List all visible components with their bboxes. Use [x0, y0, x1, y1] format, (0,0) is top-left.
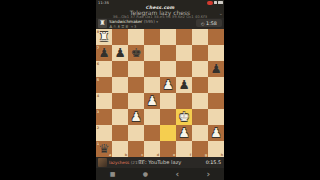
file-label: g	[205, 153, 207, 157]
square-c7[interactable]: ♚	[128, 45, 144, 61]
square-a2[interactable]: 2	[96, 125, 112, 141]
square-g7[interactable]	[192, 45, 208, 61]
file-label: f	[190, 153, 191, 157]
square-a7[interactable]: 7♟	[96, 45, 112, 61]
square-e4[interactable]	[160, 93, 176, 109]
chevron-down-icon: ▾	[156, 20, 158, 24]
menu-icon[interactable]: ■	[110, 168, 116, 180]
piece-black-pawn[interactable]: ♟	[112, 45, 128, 61]
piece-white-pawn[interactable]: ♟	[160, 77, 176, 93]
square-e7[interactable]	[160, 45, 176, 61]
captured-pieces-tray: ♙♘♗♖♕ +3	[109, 24, 137, 29]
bottom-player-avatar[interactable]	[98, 158, 107, 167]
square-f7[interactable]	[176, 45, 192, 61]
square-d4[interactable]: ♟	[144, 93, 160, 109]
square-c6[interactable]	[128, 61, 144, 77]
back-move-icon[interactable]: ‹	[175, 168, 179, 180]
square-g6[interactable]	[192, 61, 208, 77]
rank-label: 6	[97, 62, 99, 66]
piece-white-pawn[interactable]: ♟	[176, 125, 192, 141]
square-b4[interactable]	[112, 93, 128, 109]
square-d1[interactable]: d	[144, 141, 160, 157]
piece-white-pawn[interactable]: ♟	[128, 109, 144, 125]
analysis-icon[interactable]: ●	[143, 168, 148, 180]
square-g5[interactable]	[192, 77, 208, 93]
bottom-player-clock: 0:15.5	[206, 160, 221, 165]
file-label: h	[221, 153, 223, 157]
file-label: c	[141, 153, 143, 157]
top-player-avatar[interactable]: ♜	[98, 19, 107, 28]
phone-screen: 11:35 Chess.com Telegram lazy chess ⌄ 36…	[96, 0, 224, 180]
square-a8[interactable]: 8♜	[96, 29, 112, 45]
square-e6[interactable]	[160, 61, 176, 77]
square-c2[interactable]	[128, 125, 144, 141]
piece-white-pawn[interactable]: ♟	[208, 125, 224, 141]
square-a3[interactable]: 3	[96, 109, 112, 125]
square-d3[interactable]	[144, 109, 160, 125]
square-d6[interactable]	[144, 61, 160, 77]
square-b6[interactable]	[112, 61, 128, 77]
square-h7[interactable]	[208, 45, 224, 61]
bottom-nav-bar: ■ ● ‹ ›	[96, 168, 224, 180]
square-d2[interactable]	[144, 125, 160, 141]
square-b7[interactable]: ♟	[112, 45, 128, 61]
rank-label: 5	[97, 78, 99, 82]
square-e3[interactable]	[160, 109, 176, 125]
square-g4[interactable]	[192, 93, 208, 109]
chess-board[interactable]: 8♜7♟♟♚6♟5♟♟4♟3♟♚2♟♟1a♛bcdefgh	[96, 29, 224, 157]
square-h3[interactable]	[208, 109, 224, 125]
square-c1[interactable]: c	[128, 141, 144, 157]
square-f5[interactable]: ♟	[176, 77, 192, 93]
square-a5[interactable]: 5	[96, 77, 112, 93]
square-h4[interactable]	[208, 93, 224, 109]
rank-label: 2	[97, 126, 99, 130]
square-c5[interactable]	[128, 77, 144, 93]
square-f4[interactable]	[176, 93, 192, 109]
forward-move-icon[interactable]: ›	[207, 168, 211, 180]
top-player-clock: ◴ 1:58	[196, 19, 222, 27]
square-c8[interactable]	[128, 29, 144, 45]
square-e8[interactable]	[160, 29, 176, 45]
square-g3[interactable]	[192, 109, 208, 125]
square-f8[interactable]	[176, 29, 192, 45]
file-label: d	[157, 153, 159, 157]
file-label: e	[173, 153, 175, 157]
piece-black-queen[interactable]: ♛	[96, 141, 112, 157]
rank-label: 4	[97, 94, 99, 98]
square-a6[interactable]: 6	[96, 61, 112, 77]
square-g2[interactable]	[192, 125, 208, 141]
square-b2[interactable]	[112, 125, 128, 141]
square-b1[interactable]: b	[112, 141, 128, 157]
square-h6[interactable]: ♟	[208, 61, 224, 77]
square-f2[interactable]: ♟	[176, 125, 192, 141]
square-h8[interactable]	[208, 29, 224, 45]
bottom-player-bar[interactable]: lazychess (2150) ТГ: YouTube lazy 0:15.5	[96, 157, 224, 168]
square-f3[interactable]: ♚	[176, 109, 192, 125]
square-a4[interactable]: 4	[96, 93, 112, 109]
clock-icon: ◴	[201, 21, 205, 26]
piece-black-pawn[interactable]: ♟	[96, 45, 112, 61]
piece-black-pawn[interactable]: ♟	[208, 61, 224, 77]
square-b5[interactable]	[112, 77, 128, 93]
square-c3[interactable]: ♟	[128, 109, 144, 125]
video-frame: 11:35 Chess.com Telegram lazy chess ⌄ 36…	[0, 0, 320, 180]
square-a1[interactable]: 1a♛	[96, 141, 112, 157]
file-label: b	[125, 153, 127, 157]
square-e5[interactable]: ♟	[160, 77, 176, 93]
square-d7[interactable]	[144, 45, 160, 61]
square-e1[interactable]: e	[160, 141, 176, 157]
piece-white-pawn[interactable]: ♟	[144, 93, 160, 109]
square-f1[interactable]: f	[176, 141, 192, 157]
square-g8[interactable]	[192, 29, 208, 45]
square-d5[interactable]	[144, 77, 160, 93]
square-b3[interactable]	[112, 109, 128, 125]
piece-black-king[interactable]: ♚	[128, 45, 144, 61]
square-d8[interactable]	[144, 29, 160, 45]
rank-label: 3	[97, 110, 99, 114]
piece-white-rook[interactable]: ♜	[96, 29, 112, 45]
square-c4[interactable]	[128, 93, 144, 109]
square-f6[interactable]	[176, 61, 192, 77]
piece-white-king[interactable]: ♚	[176, 109, 192, 125]
piece-black-pawn[interactable]: ♟	[176, 77, 192, 93]
square-h5[interactable]	[208, 77, 224, 93]
square-h1[interactable]: h	[208, 141, 224, 157]
square-e2[interactable]	[160, 125, 176, 141]
square-h2[interactable]: ♟	[208, 125, 224, 141]
top-player-bar[interactable]: ♜ Sandwichmaker (595) ▾ ♙♘♗♖♕ +3 ◴ 1:58	[96, 18, 224, 30]
square-b8[interactable]	[112, 29, 128, 45]
square-g1[interactable]: g	[192, 141, 208, 157]
bottom-player-name[interactable]: lazychess (2150)	[109, 160, 145, 165]
